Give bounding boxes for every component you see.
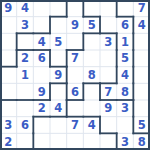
cell-r3c3[interactable] (50, 50, 67, 67)
cell-r8c4[interactable] (67, 133, 84, 150)
cell-r1c3[interactable] (50, 17, 67, 34)
cell-r4c1[interactable]: 1 (17, 67, 34, 84)
cell-r7c7[interactable] (117, 117, 134, 134)
cell-r8c1[interactable] (17, 133, 34, 150)
cell-r0c3[interactable] (50, 0, 67, 17)
cell-r0c8[interactable]: 7 (133, 0, 150, 17)
cell-r0c1[interactable]: 4 (17, 0, 34, 17)
cell-r2c2[interactable]: 4 (33, 33, 50, 50)
cell-r3c0[interactable] (0, 50, 17, 67)
cell-r7c5[interactable]: 4 (83, 117, 100, 134)
cell-r8c5[interactable] (83, 133, 100, 150)
cell-r2c4[interactable] (67, 33, 84, 50)
cell-r0c2[interactable] (33, 0, 50, 17)
cell-r5c6[interactable]: 7 (100, 83, 117, 100)
cell-r1c0[interactable] (0, 17, 17, 34)
cell-r6c8[interactable] (133, 100, 150, 117)
cell-r6c3[interactable]: 4 (50, 100, 67, 117)
cell-r5c2[interactable]: 9 (33, 83, 50, 100)
cell-r1c7[interactable]: 6 (117, 17, 134, 34)
cell-r0c0[interactable]: 9 (0, 0, 17, 17)
cell-r8c8[interactable]: 8 (133, 133, 150, 150)
cell-r3c5[interactable] (83, 50, 100, 67)
cell-r2c3[interactable]: 5 (50, 33, 67, 50)
cell-r3c1[interactable]: 2 (17, 50, 34, 67)
cell-r6c5[interactable] (83, 100, 100, 117)
cell-r6c4[interactable] (67, 100, 84, 117)
cell-r1c6[interactable] (100, 17, 117, 34)
cell-r0c7[interactable] (117, 0, 134, 17)
cell-r1c8[interactable]: 4 (133, 17, 150, 34)
cell-r7c1[interactable]: 6 (17, 117, 34, 134)
cell-r5c3[interactable] (50, 83, 67, 100)
cell-r3c8[interactable] (133, 50, 150, 67)
cell-r6c7[interactable]: 3 (117, 100, 134, 117)
cell-r1c2[interactable] (33, 17, 50, 34)
cell-r1c5[interactable]: 5 (83, 17, 100, 34)
cell-r1c1[interactable]: 3 (17, 17, 34, 34)
cell-r3c2[interactable]: 6 (33, 50, 50, 67)
cell-r6c0[interactable] (0, 100, 17, 117)
cell-r4c2[interactable] (33, 67, 50, 84)
cell-r6c1[interactable] (17, 100, 34, 117)
cell-r5c7[interactable]: 8 (117, 83, 134, 100)
cell-r4c0[interactable] (0, 67, 17, 84)
cell-r4c3[interactable]: 9 (50, 67, 67, 84)
cell-r4c5[interactable]: 8 (83, 67, 100, 84)
cell-r6c2[interactable]: 2 (33, 100, 50, 117)
cell-r2c1[interactable] (17, 33, 34, 50)
cell-r8c3[interactable] (50, 133, 67, 150)
sudoku-board: 947395644531267519849678249336745238 (0, 0, 150, 150)
cell-r7c6[interactable] (100, 117, 117, 134)
cell-r3c4[interactable]: 7 (67, 50, 84, 67)
cell-r2c6[interactable]: 3 (100, 33, 117, 50)
cell-r5c0[interactable] (0, 83, 17, 100)
cell-r4c6[interactable] (100, 67, 117, 84)
sudoku-cell-grid: 947395644531267519849678249336745238 (0, 0, 150, 150)
cell-r7c2[interactable] (33, 117, 50, 134)
cell-r3c6[interactable] (100, 50, 117, 67)
cell-r4c7[interactable]: 4 (117, 67, 134, 84)
cell-r1c4[interactable]: 9 (67, 17, 84, 34)
cell-r7c0[interactable]: 3 (0, 117, 17, 134)
cell-r5c4[interactable]: 6 (67, 83, 84, 100)
cell-r7c8[interactable]: 5 (133, 117, 150, 134)
cell-r5c1[interactable] (17, 83, 34, 100)
cell-r8c6[interactable] (100, 133, 117, 150)
cell-r4c8[interactable] (133, 67, 150, 84)
cell-r5c5[interactable] (83, 83, 100, 100)
cell-r5c8[interactable] (133, 83, 150, 100)
cell-r8c7[interactable]: 3 (117, 133, 134, 150)
cell-r7c4[interactable]: 7 (67, 117, 84, 134)
cell-r2c0[interactable] (0, 33, 17, 50)
cell-r0c6[interactable] (100, 0, 117, 17)
cell-r2c5[interactable] (83, 33, 100, 50)
cell-r0c5[interactable] (83, 0, 100, 17)
cell-r2c8[interactable] (133, 33, 150, 50)
cell-r3c7[interactable]: 5 (117, 50, 134, 67)
cell-r2c7[interactable]: 1 (117, 33, 134, 50)
cell-r6c6[interactable]: 9 (100, 100, 117, 117)
cell-r8c0[interactable]: 2 (0, 133, 17, 150)
cell-r4c4[interactable] (67, 67, 84, 84)
cell-r8c2[interactable] (33, 133, 50, 150)
cell-r0c4[interactable] (67, 0, 84, 17)
cell-r7c3[interactable] (50, 117, 67, 134)
